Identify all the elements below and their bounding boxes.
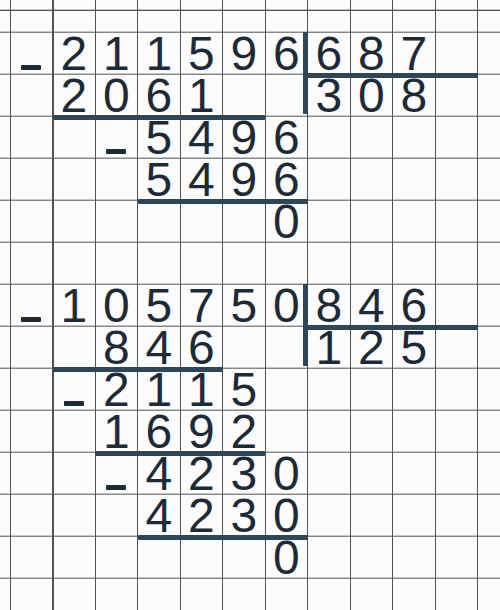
digit-cell: 5 bbox=[393, 326, 436, 368]
digit-cell: 0 bbox=[350, 74, 393, 116]
digit-cell: 8 bbox=[393, 74, 436, 116]
minus-sign bbox=[21, 65, 41, 70]
worksheet-grid: 2115966872061308549654960105750846846125… bbox=[10, 0, 500, 610]
digit-cell: 1 bbox=[308, 326, 351, 368]
digit-cell: 2 bbox=[95, 368, 138, 410]
graph-paper-sheet: 2115966872061308549654960105750846846125… bbox=[0, 0, 500, 610]
digit-cell: 1 bbox=[95, 32, 138, 74]
digit-cell: 6 bbox=[308, 32, 351, 74]
p2-division-bracket-horizontal bbox=[303, 325, 478, 330]
digit-cell: 1 bbox=[53, 284, 96, 326]
digit-cell: 9 bbox=[223, 116, 266, 158]
digit-cell: 4 bbox=[138, 494, 181, 536]
minus-sign bbox=[64, 401, 84, 406]
digit-cell: 8 bbox=[95, 326, 138, 368]
minus-sign bbox=[21, 317, 41, 322]
digit-cell: 5 bbox=[223, 284, 266, 326]
digit-cell: 8 bbox=[350, 32, 393, 74]
digit-cell: 7 bbox=[393, 32, 436, 74]
digit-cell: 2 bbox=[223, 410, 266, 452]
digit-cell: 6 bbox=[265, 158, 308, 200]
p2-subtraction-line-1 bbox=[53, 367, 223, 372]
digit-cell: 1 bbox=[138, 368, 181, 410]
digit-cell: 1 bbox=[180, 368, 223, 410]
digit-cell: 4 bbox=[138, 452, 181, 494]
digit-cell: 1 bbox=[180, 74, 223, 116]
p1-subtraction-line-1 bbox=[53, 115, 266, 120]
digit-cell: 4 bbox=[180, 158, 223, 200]
digit-cell: 0 bbox=[265, 536, 308, 578]
p1-subtraction-line-2 bbox=[138, 199, 308, 204]
digit-cell: 8 bbox=[308, 284, 351, 326]
p2-subtraction-line-3 bbox=[138, 535, 308, 540]
digit-cell: 0 bbox=[95, 74, 138, 116]
digit-cell: 3 bbox=[223, 452, 266, 494]
digit-cell: 3 bbox=[223, 494, 266, 536]
p2-subtraction-line-2 bbox=[95, 451, 265, 456]
minus-sign bbox=[106, 149, 126, 154]
digit-cell: 6 bbox=[138, 410, 181, 452]
digit-cell: 0 bbox=[95, 284, 138, 326]
digit-cell: 6 bbox=[180, 326, 223, 368]
digit-cell: 2 bbox=[180, 494, 223, 536]
digit-cell: 0 bbox=[265, 452, 308, 494]
digit-cell: 2 bbox=[350, 326, 393, 368]
digit-cell: 0 bbox=[265, 494, 308, 536]
digit-cell: 2 bbox=[53, 74, 96, 116]
digit-cell: 5 bbox=[138, 116, 181, 158]
digit-cell: 1 bbox=[95, 410, 138, 452]
digit-cell: 5 bbox=[223, 368, 266, 410]
digit-cell: 5 bbox=[138, 284, 181, 326]
digit-cell: 6 bbox=[265, 32, 308, 74]
digit-cell: 0 bbox=[265, 284, 308, 326]
digit-cell: 3 bbox=[308, 74, 351, 116]
digit-cell: 5 bbox=[180, 32, 223, 74]
digit-cell: 4 bbox=[350, 284, 393, 326]
digit-cell: 0 bbox=[265, 200, 308, 242]
digit-cell: 5 bbox=[138, 158, 181, 200]
p1-division-bracket-horizontal bbox=[303, 73, 478, 78]
digit-cell: 4 bbox=[138, 326, 181, 368]
digit-cell: 6 bbox=[138, 74, 181, 116]
digit-cell: 7 bbox=[180, 284, 223, 326]
digit-cell: 2 bbox=[180, 452, 223, 494]
digit-cell: 6 bbox=[265, 116, 308, 158]
digit-cell: 9 bbox=[223, 158, 266, 200]
minus-sign bbox=[106, 485, 126, 490]
digit-cell: 9 bbox=[180, 410, 223, 452]
digit-cell: 9 bbox=[223, 32, 266, 74]
digit-cell: 2 bbox=[53, 32, 96, 74]
digit-cell: 6 bbox=[393, 284, 436, 326]
digit-cell: 1 bbox=[138, 32, 181, 74]
digit-cell: 4 bbox=[180, 116, 223, 158]
